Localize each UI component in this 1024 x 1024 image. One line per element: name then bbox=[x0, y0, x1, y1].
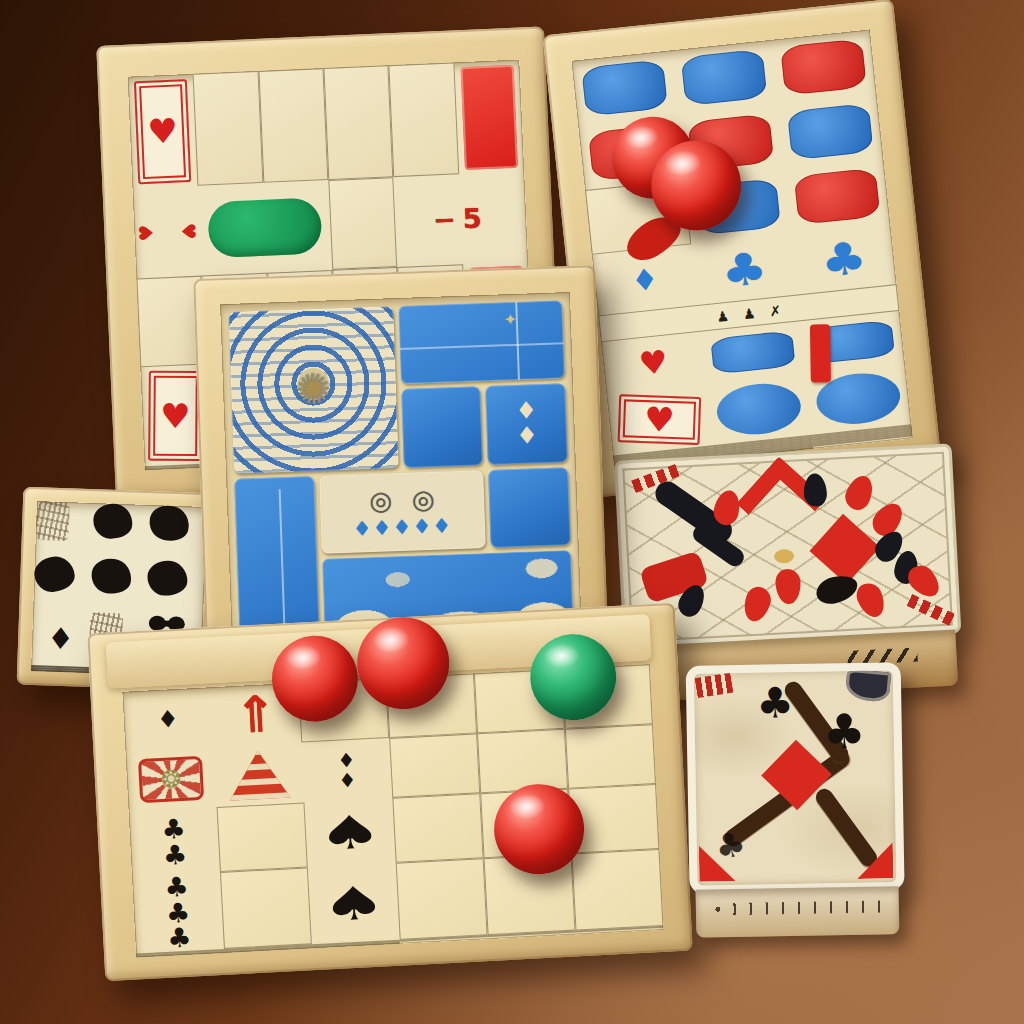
piece-green-capsule[interactable] bbox=[208, 197, 323, 258]
piece-club-big2: ♣ bbox=[822, 703, 866, 760]
clubs-pattern-box: ♣♣♣ bbox=[686, 662, 906, 938]
piece-drop-red bbox=[841, 472, 877, 514]
piece-seal-red bbox=[226, 748, 292, 802]
top_left_tray-cell bbox=[328, 177, 397, 269]
piece-spade-big: ♠ bbox=[292, 803, 409, 862]
piece-drop-black bbox=[803, 473, 828, 507]
piece-blob bbox=[33, 554, 76, 593]
top-right-tray: ♦♣♣♟♟✗♥♥ bbox=[543, 0, 942, 498]
top_left_tray-cell bbox=[193, 71, 263, 186]
piece-squircle-blue[interactable] bbox=[787, 103, 874, 160]
piece-heart-card[interactable]: ♥ bbox=[148, 371, 202, 461]
bottom_tray-cell bbox=[477, 729, 568, 794]
piece-ink-figure bbox=[36, 501, 70, 541]
bottom-tray: ♦⇑❂♦♦♣♣♠♣♣♣♠ bbox=[87, 603, 692, 981]
piece-squircle-blue[interactable] bbox=[710, 331, 795, 375]
piece-tile[interactable] bbox=[234, 476, 319, 640]
piece-squircle-blue[interactable] bbox=[581, 59, 668, 116]
middle_tray-floor: ✺✦♦♦◎◎♦♦♦♦♦ bbox=[220, 292, 582, 648]
piece-blob bbox=[147, 560, 188, 596]
top_left_tray-cell bbox=[258, 68, 328, 183]
piece-corner-tl bbox=[695, 673, 734, 698]
piece-squircle-red[interactable] bbox=[794, 167, 881, 224]
piece-tile[interactable]: ✺ bbox=[228, 306, 398, 473]
piece-club-big: ♣ bbox=[756, 678, 795, 728]
piece-blob bbox=[146, 501, 193, 545]
bottom_tray-cell bbox=[565, 724, 656, 789]
piece-tile[interactable]: ◎◎♦♦♦♦♦ bbox=[319, 470, 486, 554]
piece-heart-arrows: ♥♥ bbox=[133, 186, 202, 278]
piece-tile[interactable] bbox=[401, 386, 483, 467]
top_right_tray-floor: ♦♣♣♟♟✗♥♥ bbox=[571, 29, 912, 469]
piece-tile[interactable]: ✦ bbox=[398, 300, 565, 384]
piece-drop-red bbox=[740, 584, 774, 625]
piece-clubs3: ♣♣♣ bbox=[132, 872, 224, 953]
piece-spade-big: ♠ bbox=[295, 869, 413, 938]
piece-heart-card[interactable]: ♥ bbox=[618, 395, 702, 445]
piece-drop-red bbox=[775, 568, 802, 604]
piece-corner-tr bbox=[845, 669, 891, 703]
clubs_box-side bbox=[696, 886, 900, 938]
piece-dash5: −5 bbox=[394, 172, 528, 267]
piece-blackclu bbox=[814, 572, 861, 607]
piece-dia-sm: ♦ bbox=[122, 687, 213, 752]
piece-heart-card[interactable]: ♥ bbox=[134, 79, 192, 184]
piece-ornate-square: ❂ bbox=[138, 756, 204, 803]
board-game-photo-scene: ♥♥♥−5♥ ♦♣♣♟♟✗♥♥ ✺✦♦♦◎◎♦♦♦♦♦ ♦ ♦⇑❂♦♦♣♣♠♣♣… bbox=[0, 0, 1024, 1024]
piece-tile[interactable]: ♦♦ bbox=[485, 383, 567, 464]
bottom_tray-cell bbox=[571, 849, 663, 930]
piece-dia2: ♦♦ bbox=[301, 738, 392, 803]
bottom_tray-cell bbox=[389, 733, 480, 798]
piece-squircle-red[interactable] bbox=[780, 38, 867, 95]
piece-dmd-red bbox=[810, 514, 881, 585]
top_left_tray-cell bbox=[389, 62, 459, 177]
piece-bar-red[interactable] bbox=[810, 324, 831, 382]
piece-red-tile[interactable] bbox=[460, 64, 518, 169]
top_left_tray-cell bbox=[323, 65, 393, 180]
clubs_box-lid: ♣♣♣ bbox=[686, 662, 905, 894]
piece-redmark bbox=[907, 594, 956, 626]
piece-blob bbox=[89, 556, 133, 596]
piece-branch bbox=[813, 785, 881, 869]
piece-oval-blue[interactable] bbox=[715, 380, 804, 438]
piece-heart-print: ♥ bbox=[601, 332, 706, 394]
piece-dia-black: ♦ bbox=[31, 610, 90, 667]
piece-drop-red bbox=[853, 579, 890, 621]
piece-squircle-blue[interactable] bbox=[681, 49, 768, 106]
piece-blob bbox=[92, 503, 133, 539]
piece-tile[interactable] bbox=[488, 467, 570, 548]
middle_tray-grid: ✺✦♦♦◎◎♦♦♦♦♦ bbox=[228, 300, 573, 639]
piece-fleck bbox=[774, 549, 795, 564]
top_right_tray-grid: ♦♣♣♟♟✗♥♥ bbox=[571, 29, 912, 469]
piece-clubs2: ♣♣ bbox=[129, 807, 220, 877]
